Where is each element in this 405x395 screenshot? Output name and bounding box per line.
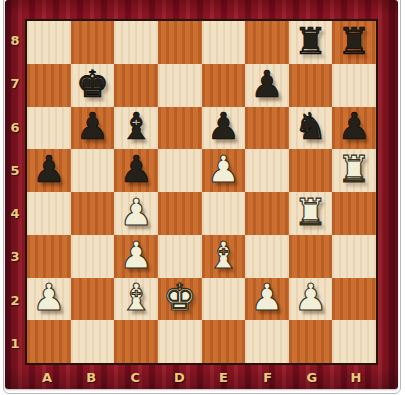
square-h2[interactable]: [332, 278, 376, 321]
file-label-e: E: [202, 365, 246, 389]
square-c3[interactable]: ♟: [114, 235, 158, 278]
square-e2[interactable]: [202, 278, 246, 321]
piece-white-king-d2: ♚: [163, 279, 196, 316]
rank-label-5: 5: [5, 149, 25, 192]
piece-black-knight-g6: ♞: [294, 108, 327, 145]
square-h7[interactable]: [332, 64, 376, 107]
file-label-g: G: [290, 365, 334, 389]
square-f3[interactable]: [245, 235, 289, 278]
piece-black-pawn-c5: ♟: [119, 151, 152, 188]
square-f6[interactable]: [245, 107, 289, 150]
square-b2[interactable]: [71, 278, 115, 321]
square-c5[interactable]: ♟: [114, 149, 158, 192]
piece-white-pawn-f2: ♟: [250, 279, 283, 316]
square-c2[interactable]: ♝: [114, 278, 158, 321]
rank-label-4: 4: [5, 192, 25, 235]
chess-diagram: 87654321 ♜♜♚♟♟♝♟♞♟♟♟♟♜♟♜♟♝♟♝♚♟♟ ABCDEFGH: [0, 0, 405, 395]
piece-black-king-b7: ♚: [76, 66, 109, 103]
piece-white-rook-h5: ♜: [338, 151, 371, 188]
square-h3[interactable]: [332, 235, 376, 278]
square-b6[interactable]: ♟: [71, 107, 115, 150]
square-c1[interactable]: [114, 320, 158, 363]
file-label-d: D: [157, 365, 201, 389]
square-a1[interactable]: [27, 320, 71, 363]
square-b3[interactable]: [71, 235, 115, 278]
square-e6[interactable]: ♟: [202, 107, 246, 150]
piece-black-pawn-h6: ♟: [338, 108, 371, 145]
piece-white-pawn-g2: ♟: [294, 279, 327, 316]
chess-board: ♜♜♚♟♟♝♟♞♟♟♟♟♜♟♜♟♝♟♝♚♟♟: [25, 19, 378, 365]
file-label-f: F: [246, 365, 290, 389]
square-e3[interactable]: ♝: [202, 235, 246, 278]
square-g1[interactable]: [289, 320, 333, 363]
piece-black-pawn-e6: ♟: [207, 108, 240, 145]
piece-white-pawn-e5: ♟: [207, 151, 240, 188]
square-f8[interactable]: [245, 21, 289, 64]
square-g3[interactable]: [289, 235, 333, 278]
piece-white-bishop-e3: ♝: [207, 237, 240, 274]
square-c4[interactable]: ♟: [114, 192, 158, 235]
piece-white-pawn-c4: ♟: [119, 194, 152, 231]
square-d1[interactable]: [158, 320, 202, 363]
square-f1[interactable]: [245, 320, 289, 363]
piece-black-pawn-f7: ♟: [250, 66, 283, 103]
square-h6[interactable]: ♟: [332, 107, 376, 150]
square-h4[interactable]: [332, 192, 376, 235]
rank-label-7: 7: [5, 62, 25, 105]
square-e7[interactable]: [202, 64, 246, 107]
square-a4[interactable]: [27, 192, 71, 235]
piece-black-pawn-b6: ♟: [76, 108, 109, 145]
square-c7[interactable]: [114, 64, 158, 107]
rank-label-3: 3: [5, 235, 25, 278]
square-b4[interactable]: [71, 192, 115, 235]
rank-labels: 87654321: [5, 19, 25, 365]
rank-label-2: 2: [5, 279, 25, 322]
square-b8[interactable]: [71, 21, 115, 64]
square-g6[interactable]: ♞: [289, 107, 333, 150]
rank-label-8: 8: [5, 19, 25, 62]
piece-white-pawn-a2: ♟: [32, 279, 65, 316]
square-c8[interactable]: [114, 21, 158, 64]
square-a7[interactable]: [27, 64, 71, 107]
square-f7[interactable]: ♟: [245, 64, 289, 107]
square-b1[interactable]: [71, 320, 115, 363]
square-h1[interactable]: [332, 320, 376, 363]
square-d6[interactable]: [158, 107, 202, 150]
square-a6[interactable]: [27, 107, 71, 150]
square-a5[interactable]: ♟: [27, 149, 71, 192]
square-g7[interactable]: [289, 64, 333, 107]
square-d3[interactable]: [158, 235, 202, 278]
file-label-b: B: [69, 365, 113, 389]
square-h8[interactable]: ♜: [332, 21, 376, 64]
square-d4[interactable]: [158, 192, 202, 235]
square-d8[interactable]: [158, 21, 202, 64]
square-g4[interactable]: ♜: [289, 192, 333, 235]
square-g8[interactable]: ♜: [289, 21, 333, 64]
square-e8[interactable]: [202, 21, 246, 64]
rank-label-6: 6: [5, 106, 25, 149]
square-d5[interactable]: [158, 149, 202, 192]
square-b5[interactable]: [71, 149, 115, 192]
square-e4[interactable]: [202, 192, 246, 235]
square-g5[interactable]: [289, 149, 333, 192]
rank-label-1: 1: [5, 322, 25, 365]
square-d2[interactable]: ♚: [158, 278, 202, 321]
piece-white-bishop-c2: ♝: [119, 279, 152, 316]
file-label-h: H: [334, 365, 378, 389]
square-a3[interactable]: [27, 235, 71, 278]
file-label-c: C: [113, 365, 157, 389]
file-labels: ABCDEFGH: [25, 365, 378, 389]
piece-white-rook-g4: ♜: [294, 194, 327, 231]
square-f5[interactable]: [245, 149, 289, 192]
square-f4[interactable]: [245, 192, 289, 235]
file-label-a: A: [25, 365, 69, 389]
piece-white-pawn-c3: ♟: [119, 237, 152, 274]
square-c6[interactable]: ♝: [114, 107, 158, 150]
square-e5[interactable]: ♟: [202, 149, 246, 192]
piece-black-rook-h8: ♜: [338, 23, 371, 60]
square-f2[interactable]: ♟: [245, 278, 289, 321]
piece-black-rook-g8: ♜: [294, 23, 327, 60]
square-d7[interactable]: [158, 64, 202, 107]
square-b7[interactable]: ♚: [71, 64, 115, 107]
square-e1[interactable]: [202, 320, 246, 363]
square-h5[interactable]: ♜: [332, 149, 376, 192]
square-g2[interactable]: ♟: [289, 278, 333, 321]
piece-black-bishop-c6: ♝: [119, 108, 152, 145]
square-a2[interactable]: ♟: [27, 278, 71, 321]
piece-black-pawn-a5: ♟: [32, 151, 65, 188]
square-a8[interactable]: [27, 21, 71, 64]
